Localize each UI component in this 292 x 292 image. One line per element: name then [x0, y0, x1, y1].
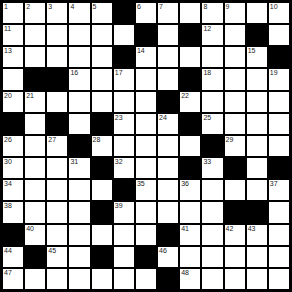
clue-number-19: 19 [270, 69, 278, 77]
clue-number-23: 23 [115, 114, 123, 122]
cell-r0c6[interactable]: 6 [135, 2, 157, 24]
cell-r5c3[interactable] [68, 113, 90, 135]
clue-number-28: 28 [93, 136, 101, 144]
cell-r2c11[interactable]: 15 [246, 46, 268, 68]
cell-r12c5[interactable] [113, 268, 135, 290]
clue-number-38: 38 [4, 202, 12, 210]
cell-r2c2[interactable] [46, 46, 68, 68]
black-cell-r8c5 [113, 179, 135, 201]
cell-r5c12[interactable] [268, 113, 290, 135]
clue-number-20: 20 [4, 92, 12, 100]
cell-r7c1[interactable] [24, 157, 46, 179]
cell-r5c11[interactable] [246, 113, 268, 135]
cell-r6c7[interactable] [157, 135, 179, 157]
clue-number-37: 37 [270, 180, 278, 188]
clue-number-12: 12 [203, 25, 211, 33]
black-cell-r7c10 [224, 157, 246, 179]
clue-number-5: 5 [93, 3, 97, 11]
cell-r4c2[interactable] [46, 91, 68, 113]
cell-r6c11[interactable] [246, 135, 268, 157]
cell-r12c12[interactable] [268, 268, 290, 290]
cell-r7c0[interactable]: 30 [2, 157, 24, 179]
clue-number-30: 30 [4, 158, 12, 166]
cell-r3c5[interactable]: 17 [113, 68, 135, 90]
cell-r11c2[interactable]: 45 [46, 246, 68, 268]
cell-r11c7[interactable]: 46 [157, 246, 179, 268]
cell-r2c8[interactable] [179, 46, 201, 68]
cell-r4c12[interactable] [268, 91, 290, 113]
cell-r12c0[interactable]: 47 [2, 268, 24, 290]
cell-r10c4[interactable] [91, 224, 113, 246]
clue-number-31: 31 [70, 158, 78, 166]
cell-r4c10[interactable] [224, 91, 246, 113]
cell-r9c0[interactable]: 38 [2, 201, 24, 223]
cell-r1c5[interactable] [113, 24, 135, 46]
cell-r12c9[interactable] [201, 268, 223, 290]
cell-r3c12[interactable]: 19 [268, 68, 290, 90]
clue-number-18: 18 [203, 69, 211, 77]
clue-number-34: 34 [4, 180, 12, 188]
cell-r8c3[interactable] [68, 179, 90, 201]
clue-number-4: 4 [70, 3, 74, 11]
cell-r11c10[interactable] [224, 246, 246, 268]
cell-r5c5[interactable]: 23 [113, 113, 135, 135]
clue-number-9: 9 [226, 3, 230, 11]
black-cell-r10c0 [2, 224, 24, 246]
black-cell-r10c7 [157, 224, 179, 246]
clue-number-8: 8 [203, 3, 207, 11]
cell-r12c11[interactable] [246, 268, 268, 290]
cell-r4c5[interactable] [113, 91, 135, 113]
cell-r10c11[interactable]: 43 [246, 224, 268, 246]
cell-r4c1[interactable]: 21 [24, 91, 46, 113]
cell-r1c12[interactable] [268, 24, 290, 46]
cell-r10c12[interactable] [268, 224, 290, 246]
puzzle-page: 1234567891011121314151617181920212223242… [0, 0, 292, 292]
cell-r5c9[interactable]: 25 [201, 113, 223, 135]
black-cell-r4c7 [157, 91, 179, 113]
clue-number-2: 2 [26, 3, 30, 11]
cell-r9c9[interactable] [201, 201, 223, 223]
cell-r6c1[interactable] [24, 135, 46, 157]
cell-r2c10[interactable] [224, 46, 246, 68]
clue-number-16: 16 [70, 69, 78, 77]
cell-r11c11[interactable] [246, 246, 268, 268]
cell-r6c10[interactable]: 29 [224, 135, 246, 157]
black-cell-r0c5 [113, 2, 135, 24]
black-cell-r6c3 [68, 135, 90, 157]
cell-r8c6[interactable]: 35 [135, 179, 157, 201]
cell-r8c11[interactable] [246, 179, 268, 201]
cell-r8c12[interactable]: 37 [268, 179, 290, 201]
cell-r2c4[interactable] [91, 46, 113, 68]
clue-number-26: 26 [4, 136, 12, 144]
clue-number-48: 48 [181, 269, 189, 277]
cell-r6c0[interactable]: 26 [2, 135, 24, 157]
clue-number-15: 15 [248, 47, 256, 55]
cell-r4c0[interactable]: 20 [2, 91, 24, 113]
cell-r8c10[interactable] [224, 179, 246, 201]
cell-r7c3[interactable]: 31 [68, 157, 90, 179]
cell-r12c3[interactable] [68, 268, 90, 290]
cell-r6c12[interactable] [268, 135, 290, 157]
clue-number-21: 21 [26, 92, 34, 100]
cell-r12c8[interactable]: 48 [179, 268, 201, 290]
cell-r7c11[interactable] [246, 157, 268, 179]
black-cell-r9c4 [91, 201, 113, 223]
cell-r0c10[interactable]: 9 [224, 2, 246, 24]
cell-r0c11[interactable] [246, 2, 268, 24]
cell-r12c1[interactable] [24, 268, 46, 290]
clue-number-45: 45 [48, 247, 56, 255]
cell-r0c12[interactable]: 10 [268, 2, 290, 24]
cell-r5c10[interactable] [224, 113, 246, 135]
cell-r10c5[interactable] [113, 224, 135, 246]
clue-number-11: 11 [4, 25, 11, 33]
cell-r10c9[interactable] [201, 224, 223, 246]
cell-r2c7[interactable] [157, 46, 179, 68]
black-cell-r6c9 [201, 135, 223, 157]
clue-number-10: 10 [270, 3, 278, 11]
cell-r8c1[interactable] [24, 179, 46, 201]
clue-number-32: 32 [115, 158, 123, 166]
cell-r0c0[interactable]: 1 [2, 2, 24, 24]
cell-r8c0[interactable]: 34 [2, 179, 24, 201]
black-cell-r7c4 [91, 157, 113, 179]
cell-r10c1[interactable]: 40 [24, 224, 46, 246]
black-cell-r7c12 [268, 157, 290, 179]
cell-r4c3[interactable] [68, 91, 90, 113]
cell-r11c5[interactable] [113, 246, 135, 268]
black-cell-r3c8 [179, 68, 201, 90]
cell-r8c2[interactable] [46, 179, 68, 201]
cell-r3c7[interactable] [157, 68, 179, 90]
cell-r5c6[interactable] [135, 113, 157, 135]
clue-number-14: 14 [137, 47, 145, 55]
clue-number-17: 17 [115, 69, 123, 77]
cell-r12c4[interactable] [91, 268, 113, 290]
clue-number-25: 25 [203, 114, 211, 122]
cell-r10c8[interactable]: 41 [179, 224, 201, 246]
black-cell-r5c8 [179, 113, 201, 135]
cell-r9c3[interactable] [68, 201, 90, 223]
cell-r10c10[interactable]: 42 [224, 224, 246, 246]
cell-r6c4[interactable]: 28 [91, 135, 113, 157]
black-cell-r12c7 [157, 268, 179, 290]
cell-r4c9[interactable] [201, 91, 223, 113]
clue-number-24: 24 [159, 114, 167, 122]
cell-r1c9[interactable]: 12 [201, 24, 223, 46]
cell-r3c3[interactable]: 16 [68, 68, 90, 90]
crossword-grid: 1234567891011121314151617181920212223242… [0, 0, 292, 292]
cell-r4c6[interactable] [135, 91, 157, 113]
cell-r1c1[interactable] [24, 24, 46, 46]
black-cell-r3c2 [46, 68, 68, 90]
cell-r0c9[interactable]: 8 [201, 2, 223, 24]
cell-r1c3[interactable] [68, 24, 90, 46]
cell-r0c4[interactable]: 5 [91, 2, 113, 24]
black-cell-r3c1 [24, 68, 46, 90]
cell-r11c12[interactable] [268, 246, 290, 268]
cell-r9c6[interactable] [135, 201, 157, 223]
black-cell-r11c1 [24, 246, 46, 268]
clue-number-40: 40 [26, 225, 34, 233]
cell-r7c6[interactable] [135, 157, 157, 179]
clue-number-47: 47 [4, 269, 12, 277]
cell-r3c0[interactable] [2, 68, 24, 90]
black-cell-r9c11 [246, 201, 268, 223]
clue-number-1: 1 [4, 3, 8, 11]
cell-r0c2[interactable]: 3 [46, 2, 68, 24]
cell-r2c0[interactable]: 13 [2, 46, 24, 68]
clue-number-41: 41 [181, 225, 189, 233]
cell-r8c4[interactable] [91, 179, 113, 201]
clue-number-33: 33 [203, 158, 211, 166]
cell-r9c5[interactable]: 39 [113, 201, 135, 223]
cell-r2c9[interactable] [201, 46, 223, 68]
cell-r0c7[interactable]: 7 [157, 2, 179, 24]
cell-r12c10[interactable] [224, 268, 246, 290]
cell-r4c8[interactable]: 22 [179, 91, 201, 113]
black-cell-r1c11 [246, 24, 268, 46]
cell-r7c2[interactable] [46, 157, 68, 179]
cell-r10c6[interactable] [135, 224, 157, 246]
cell-r0c3[interactable]: 4 [68, 2, 90, 24]
black-cell-r11c4 [91, 246, 113, 268]
cell-r10c3[interactable] [68, 224, 90, 246]
cell-r6c5[interactable] [113, 135, 135, 157]
black-cell-r5c4 [91, 113, 113, 135]
cell-r4c11[interactable] [246, 91, 268, 113]
cell-r8c8[interactable]: 36 [179, 179, 201, 201]
clue-number-13: 13 [4, 47, 12, 55]
black-cell-r1c8 [179, 24, 201, 46]
cell-r5c7[interactable]: 24 [157, 113, 179, 135]
cell-r6c6[interactable] [135, 135, 157, 157]
cell-r3c11[interactable] [246, 68, 268, 90]
cell-r11c0[interactable]: 44 [2, 246, 24, 268]
cell-r12c6[interactable] [135, 268, 157, 290]
cell-r6c2[interactable]: 27 [46, 135, 68, 157]
clue-number-29: 29 [226, 136, 234, 144]
cell-r2c1[interactable] [24, 46, 46, 68]
cell-r0c1[interactable]: 2 [24, 2, 46, 24]
cell-r9c7[interactable] [157, 201, 179, 223]
cell-r7c9[interactable]: 33 [201, 157, 223, 179]
cell-r6c8[interactable] [179, 135, 201, 157]
clue-number-39: 39 [115, 202, 123, 210]
cell-r3c9[interactable]: 18 [201, 68, 223, 90]
cell-r1c2[interactable] [46, 24, 68, 46]
clue-number-36: 36 [181, 180, 189, 188]
cell-r9c2[interactable] [46, 201, 68, 223]
clue-number-27: 27 [48, 136, 56, 144]
cell-r3c10[interactable] [224, 68, 246, 90]
cell-r8c7[interactable] [157, 179, 179, 201]
clue-number-42: 42 [226, 225, 234, 233]
clue-number-22: 22 [181, 92, 189, 100]
cell-r3c6[interactable] [135, 68, 157, 90]
black-cell-r7c8 [179, 157, 201, 179]
cell-r2c6[interactable]: 14 [135, 46, 157, 68]
cell-r9c1[interactable] [24, 201, 46, 223]
cell-r4c4[interactable] [91, 91, 113, 113]
cell-r5c1[interactable] [24, 113, 46, 135]
cell-r1c0[interactable]: 11 [2, 24, 24, 46]
cell-r3c4[interactable] [91, 68, 113, 90]
clue-number-43: 43 [248, 225, 256, 233]
cell-r0c8[interactable] [179, 2, 201, 24]
cell-r12c2[interactable] [46, 268, 68, 290]
black-cell-r5c0 [2, 113, 24, 135]
cell-r2c3[interactable] [68, 46, 90, 68]
cell-r11c9[interactable] [201, 246, 223, 268]
clue-number-6: 6 [137, 3, 141, 11]
cell-r9c8[interactable] [179, 201, 201, 223]
cell-r1c7[interactable] [157, 24, 179, 46]
black-cell-r11c6 [135, 246, 157, 268]
black-cell-r2c12 [268, 46, 290, 68]
black-cell-r9c10 [224, 201, 246, 223]
cell-r9c12[interactable] [268, 201, 290, 223]
cell-r11c3[interactable] [68, 246, 90, 268]
black-cell-r1c6 [135, 24, 157, 46]
clue-number-46: 46 [159, 247, 167, 255]
clue-number-44: 44 [4, 247, 12, 255]
clue-number-35: 35 [137, 180, 145, 188]
black-cell-r2c5 [113, 46, 135, 68]
cell-r1c4[interactable] [91, 24, 113, 46]
cell-r10c2[interactable] [46, 224, 68, 246]
cell-r8c9[interactable] [201, 179, 223, 201]
cell-r7c5[interactable]: 32 [113, 157, 135, 179]
cell-r11c8[interactable] [179, 246, 201, 268]
clue-number-3: 3 [48, 3, 52, 11]
clue-number-7: 7 [159, 3, 163, 11]
cell-r1c10[interactable] [224, 24, 246, 46]
cell-r7c7[interactable] [157, 157, 179, 179]
black-cell-r5c2 [46, 113, 68, 135]
